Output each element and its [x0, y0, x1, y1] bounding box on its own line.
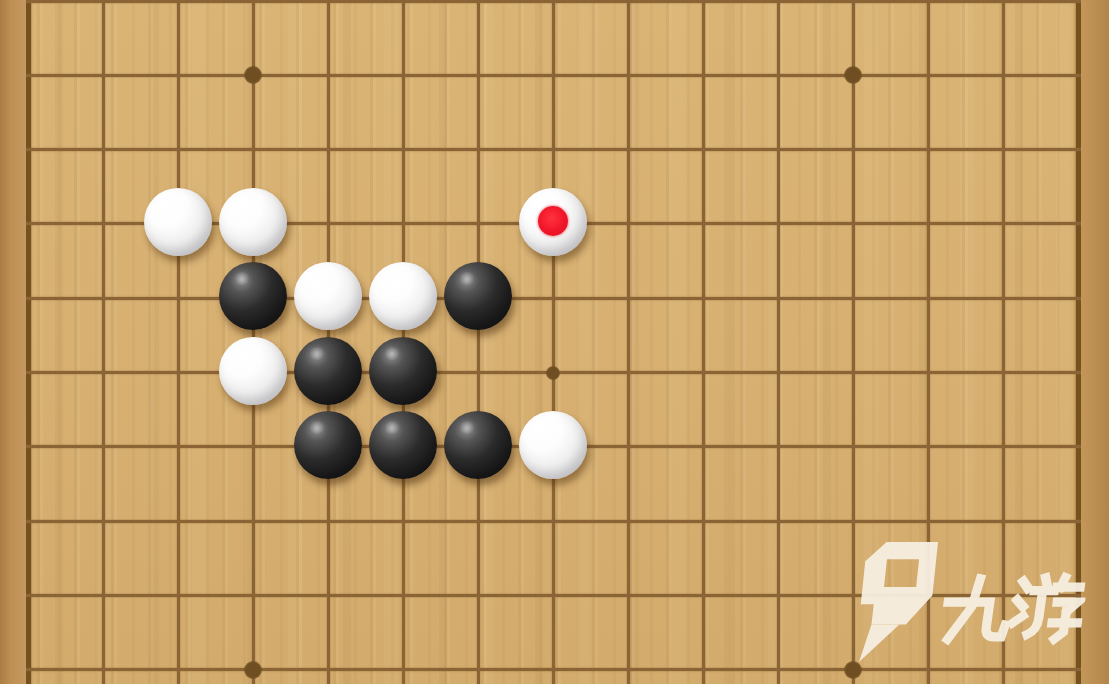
- white-stone: [219, 337, 287, 405]
- black-stone: [294, 337, 362, 405]
- jiuyou-logo-icon: [842, 542, 941, 662]
- screenshot: [0, 0, 1109, 684]
- black-stone: [369, 411, 437, 479]
- star-point: [546, 366, 560, 380]
- star-point: [844, 66, 862, 84]
- black-stone: [444, 262, 512, 330]
- white-stone: [519, 188, 587, 256]
- jiuyou-watermark: [842, 538, 1092, 666]
- grid-horizontal-line: [26, 148, 1081, 151]
- grid-vertical-line: [177, 0, 180, 684]
- watermark-char-jiu: [933, 570, 1018, 648]
- watermark-char-you: [1005, 570, 1090, 648]
- grid-vertical-line: [702, 0, 705, 684]
- grid-vertical-line: [777, 0, 780, 684]
- black-stone: [219, 262, 287, 330]
- black-stone: [369, 337, 437, 405]
- white-stone: [519, 411, 587, 479]
- grid-vertical-line: [627, 0, 630, 684]
- white-stone: [294, 262, 362, 330]
- grid-vertical-line: [26, 0, 31, 684]
- grid-horizontal-line: [26, 520, 1081, 523]
- black-stone: [444, 411, 512, 479]
- grid-horizontal-line: [26, 297, 1081, 300]
- grid-vertical-line: [552, 0, 555, 684]
- grid-vertical-line: [477, 0, 480, 684]
- grid-horizontal-line: [26, 668, 1081, 671]
- black-stone: [294, 411, 362, 479]
- grid-horizontal-line: [26, 0, 1081, 3]
- white-stone: [219, 188, 287, 256]
- board-left-edge-wood: [0, 0, 26, 684]
- white-stone: [144, 188, 212, 256]
- last-move-marker: [538, 206, 568, 236]
- star-point: [244, 66, 262, 84]
- grid-horizontal-line: [26, 74, 1081, 77]
- star-point: [244, 661, 262, 679]
- grid-vertical-line: [102, 0, 105, 684]
- white-stone: [369, 262, 437, 330]
